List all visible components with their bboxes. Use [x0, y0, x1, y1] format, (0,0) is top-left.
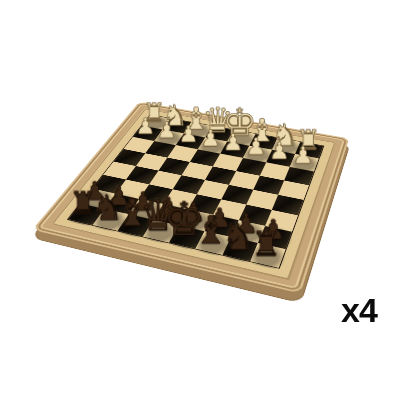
board-scene: ♜♞♝♛♚♝♞♜♟♟♟♟♟♟♟♟♟♟♟♟♟♟♟♟♜♞♝♛♚♝♞♜	[0, 0, 400, 400]
square: ♛	[143, 220, 179, 243]
square	[126, 166, 158, 184]
chess-board: ♜♞♝♛♚♝♞♜♟♟♟♟♟♟♟♟♟♟♟♟♟♟♟♟♜♞♝♛♚♝♞♜	[32, 102, 349, 294]
product-photo-chess-set: ♜♞♝♛♚♝♞♜♟♟♟♟♟♟♟♟♟♟♟♟♟♟♟♟♜♞♝♛♚♝♞♜ x4	[0, 0, 400, 400]
square: ♟	[258, 226, 292, 249]
square	[149, 171, 181, 190]
board-squares-grid: ♜♞♝♛♚♝♞♜♟♟♟♟♟♟♟♟♟♟♟♟♟♟♟♟♜♞♝♛♚♝♞♜	[67, 114, 324, 268]
board-margin: ♜♞♝♛♚♝♞♜♟♟♟♟♟♟♟♟♟♟♟♟♟♟♟♟♜♞♝♛♚♝♞♜	[52, 109, 335, 279]
square: ♜	[68, 204, 104, 225]
quantity-badge: x4	[341, 291, 377, 330]
